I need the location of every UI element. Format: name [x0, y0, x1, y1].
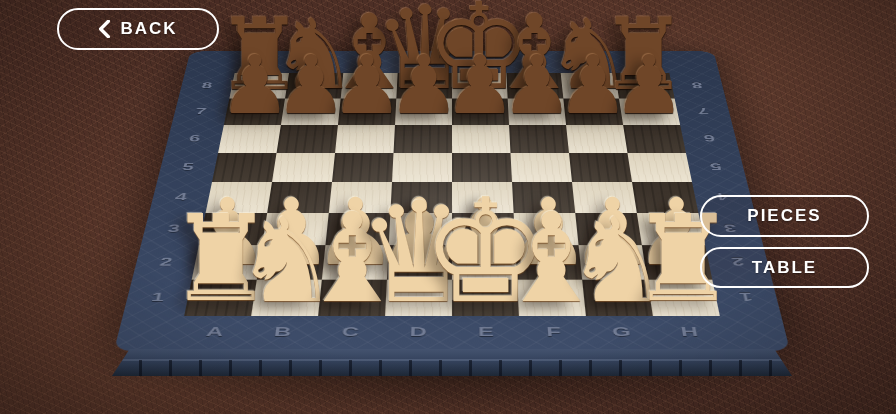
pieces-button[interactable]: PIECES: [700, 195, 869, 237]
chess-3d-scene: ABCDEFGH1122334455667788 ♜♞♝♛♚♝♞♜♟♟♟♟♟♟♟…: [0, 0, 896, 414]
chevron-left-icon: [98, 20, 111, 38]
table-button-label: TABLE: [752, 258, 817, 278]
back-button-label: BACK: [120, 19, 177, 39]
pieces-button-label: PIECES: [747, 206, 821, 226]
piece-black-pawn-h7[interactable]: ♟: [584, 45, 714, 126]
back-button[interactable]: BACK: [57, 8, 219, 50]
table-button[interactable]: TABLE: [700, 247, 869, 288]
